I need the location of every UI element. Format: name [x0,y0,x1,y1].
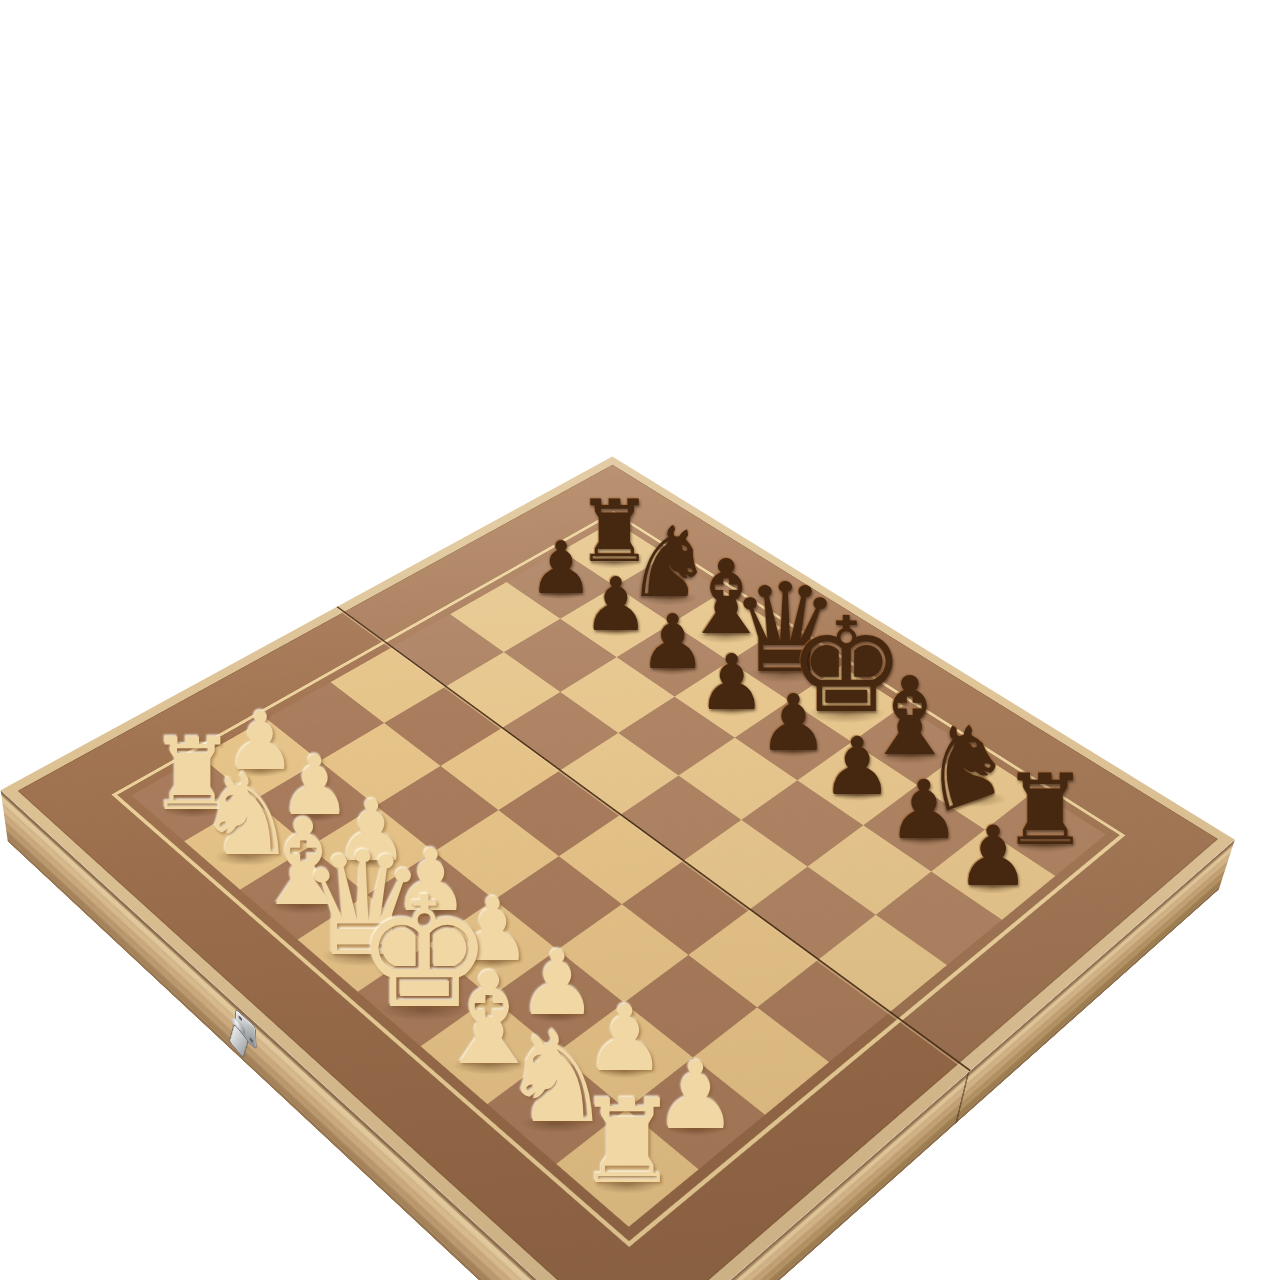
piece-black-pawn-g7[interactable]: ♟ [887,770,960,851]
product-photo: ♜♞♝♛♚♝♞♜♟♟♟♟♟♟♟♟♟♟♟♟♟♟♟♟♜♞♝♛♚♝♞♜ [0,0,1280,1280]
piece-black-pawn-h7[interactable]: ♟ [956,816,1030,899]
piece-white-rook-h1[interactable]: ♜ [576,1085,680,1201]
square-e4[interactable] [559,815,683,904]
square-g5[interactable] [749,866,876,960]
square-f4[interactable] [622,861,749,955]
square-h4[interactable] [757,960,890,1062]
square-h5[interactable] [818,915,948,1013]
piece-black-pawn-e7[interactable]: ♟ [758,684,828,762]
square-f5[interactable] [683,820,807,910]
piece-black-pawn-c7[interactable]: ♟ [639,605,706,680]
piece-black-pawn-f7[interactable]: ♟ [822,727,893,807]
piece-black-pawn-d7[interactable]: ♟ [698,644,767,721]
square-g4[interactable] [688,910,818,1008]
